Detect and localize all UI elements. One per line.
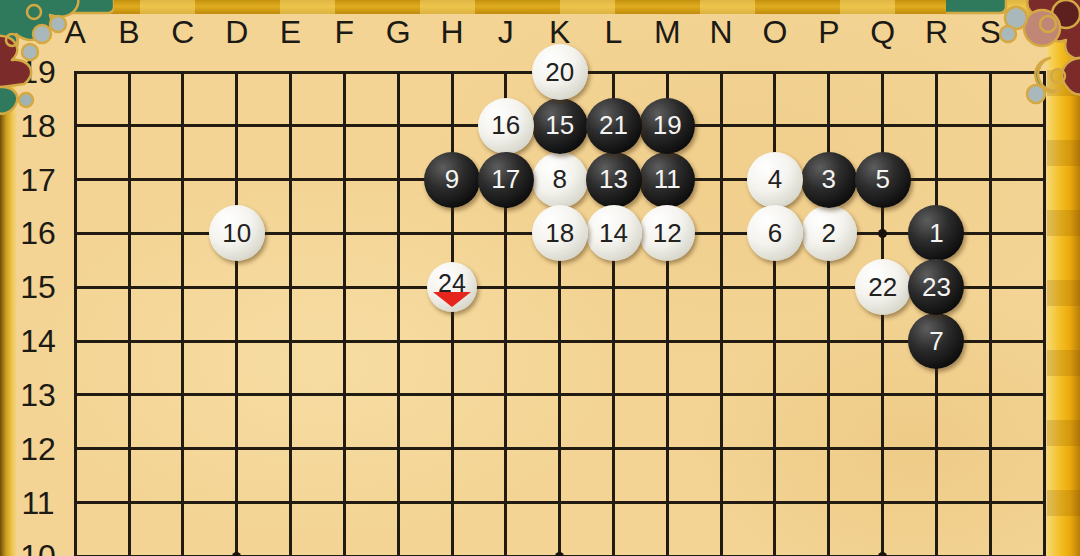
grid-row-line-14 xyxy=(74,340,1046,343)
column-label-C: C xyxy=(156,13,210,51)
stone-white-move-18-K16: 18 xyxy=(532,205,588,261)
column-label-H: H xyxy=(425,13,479,51)
row-label-11: 11 xyxy=(16,484,60,522)
stone-move-number: 14 xyxy=(599,218,628,249)
stone-move-number: 5 xyxy=(875,164,889,195)
stone-white-move-22-Q15: 22 xyxy=(855,259,911,315)
grid-row-line-12 xyxy=(74,447,1046,450)
row-label-16: 16 xyxy=(16,214,60,252)
stone-black-move-9-H17: 9 xyxy=(424,152,480,208)
stone-white-move-24-H15: 24 xyxy=(427,262,477,312)
stone-move-number: 6 xyxy=(768,218,782,249)
grid-column-line-C xyxy=(181,71,184,556)
stone-white-move-20-K19: 20 xyxy=(532,44,588,100)
grid-column-line-G xyxy=(397,71,400,556)
row-label-13: 13 xyxy=(16,376,60,414)
stone-black-move-19-M18: 19 xyxy=(639,98,695,154)
stone-black-move-17-J17: 17 xyxy=(478,152,534,208)
column-label-F: F xyxy=(317,13,371,51)
stone-move-number: 19 xyxy=(653,110,682,141)
column-label-N: N xyxy=(694,13,748,51)
column-label-L: L xyxy=(587,13,641,51)
stone-move-number: 16 xyxy=(491,110,520,141)
column-label-E: E xyxy=(264,13,318,51)
stone-black-move-3-P17: 3 xyxy=(801,152,857,208)
grid-column-line-P xyxy=(827,71,830,556)
stone-move-number: 10 xyxy=(222,218,251,249)
stone-white-move-14-L16: 14 xyxy=(586,205,642,261)
column-label-O: O xyxy=(748,13,802,51)
stone-white-move-16-J18: 16 xyxy=(478,98,534,154)
stone-move-number: 15 xyxy=(545,110,574,141)
column-label-J: J xyxy=(479,13,533,51)
gold-border-top xyxy=(0,0,1080,14)
row-label-14: 14 xyxy=(16,322,60,360)
column-label-P: P xyxy=(802,13,856,51)
stone-move-number: 23 xyxy=(922,272,951,303)
stone-black-move-5-Q17: 5 xyxy=(855,152,911,208)
grid-column-line-T xyxy=(1043,71,1046,556)
stone-white-move-10-D16: 10 xyxy=(209,205,265,261)
column-label-M: M xyxy=(640,13,694,51)
grid-row-line-11 xyxy=(74,501,1046,504)
star-point-K10 xyxy=(555,552,564,556)
grid-column-line-S xyxy=(989,71,992,556)
stone-move-number: 13 xyxy=(599,164,628,195)
stone-black-move-21-L18: 21 xyxy=(586,98,642,154)
grid-column-line-D xyxy=(235,71,238,556)
stone-move-number: 21 xyxy=(599,110,628,141)
stone-move-number: 8 xyxy=(552,164,566,195)
stone-move-number: 3 xyxy=(822,164,836,195)
column-label-Q: Q xyxy=(856,13,910,51)
grid-column-line-O xyxy=(773,71,776,556)
row-label-10: 10 xyxy=(16,537,60,556)
grid-column-line-B xyxy=(128,71,131,556)
column-label-G: G xyxy=(371,13,425,51)
stone-white-move-8-K17: 8 xyxy=(532,152,588,208)
stone-move-number: 1 xyxy=(929,218,943,249)
stone-move-number: 17 xyxy=(491,164,520,195)
stone-black-move-15-K18: 15 xyxy=(532,98,588,154)
grid-column-line-E xyxy=(289,71,292,556)
stone-white-move-2-P16: 2 xyxy=(801,205,857,261)
row-label-12: 12 xyxy=(16,430,60,468)
stone-white-move-4-O17: 4 xyxy=(747,152,803,208)
grid-row-line-13 xyxy=(74,393,1046,396)
cloud-ornament-top-right xyxy=(946,0,1080,122)
stone-black-move-13-L17: 13 xyxy=(586,152,642,208)
grid-column-line-H xyxy=(451,71,454,556)
grid-column-line-N xyxy=(720,71,723,556)
stone-move-number: 12 xyxy=(653,218,682,249)
stone-move-number: 11 xyxy=(654,164,681,195)
star-point-Q10 xyxy=(878,552,887,556)
grid-column-line-F xyxy=(343,71,346,556)
column-label-D: D xyxy=(210,13,264,51)
row-label-17: 17 xyxy=(16,161,60,199)
stone-move-number: 18 xyxy=(545,218,574,249)
stone-move-number: 9 xyxy=(445,164,459,195)
grid-column-line-A xyxy=(74,71,77,556)
stone-move-number: 2 xyxy=(822,218,836,249)
stone-move-number: 22 xyxy=(868,272,897,303)
stone-move-number: 7 xyxy=(929,326,943,357)
row-label-15: 15 xyxy=(16,268,60,306)
last-move-triangle-icon xyxy=(433,292,471,307)
stone-black-move-11-M17: 11 xyxy=(639,152,695,208)
star-point-D10 xyxy=(232,552,241,556)
cloud-ornament-top-left xyxy=(0,0,114,122)
stone-move-number: 20 xyxy=(545,57,574,88)
stone-move-number: 4 xyxy=(768,164,782,195)
